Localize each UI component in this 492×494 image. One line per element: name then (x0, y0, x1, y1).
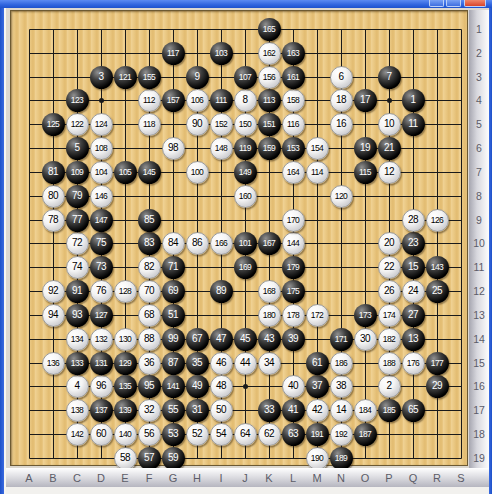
stone: 175 (282, 280, 305, 303)
stone: 5 (66, 137, 89, 160)
move-number: 120 (335, 192, 348, 201)
move-number: 19 (360, 143, 370, 153)
move-number: 64 (240, 429, 250, 439)
stone: 177 (426, 352, 449, 375)
stone: 8 (234, 89, 257, 112)
move-number: 100 (191, 168, 204, 177)
column-label: S (451, 469, 471, 487)
stone: 182 (378, 328, 401, 351)
stone: 93 (66, 304, 89, 327)
move-number: 145 (143, 168, 156, 177)
stone: 46 (210, 352, 233, 375)
window-inner-highlight (4, 8, 6, 494)
move-number: 153 (287, 144, 300, 153)
move-number: 35 (192, 358, 202, 368)
stone: 147 (90, 209, 113, 232)
move-number: 109 (71, 168, 84, 177)
move-number: 146 (95, 192, 108, 201)
move-number: 82 (144, 262, 154, 272)
move-number: 22 (384, 262, 394, 272)
move-number: 59 (168, 453, 178, 463)
stone: 143 (426, 256, 449, 279)
move-number: 128 (119, 287, 132, 296)
move-number: 127 (95, 311, 108, 320)
move-number: 158 (287, 96, 300, 105)
stone: 103 (210, 42, 233, 65)
move-number: 185 (383, 406, 396, 415)
move-number: 21 (384, 143, 394, 153)
stone: 52 (186, 423, 209, 446)
stone: 90 (186, 113, 209, 136)
stone: 53 (162, 423, 185, 446)
move-number: 46 (216, 358, 226, 368)
stone: 142 (66, 423, 89, 446)
move-number: 83 (144, 238, 154, 248)
move-number: 16 (336, 119, 346, 129)
move-number: 94 (48, 310, 58, 320)
column-label: B (43, 469, 63, 487)
move-number: 179 (287, 263, 300, 272)
window-bottom-margin (4, 487, 489, 494)
row-label: 8 (469, 189, 489, 203)
move-number: 177 (431, 359, 444, 368)
move-number: 169 (239, 263, 252, 272)
stone: 77 (66, 209, 89, 232)
move-number: 180 (263, 311, 276, 320)
move-number: 79 (72, 191, 82, 201)
stone: 42 (306, 399, 329, 422)
column-label: O (355, 469, 375, 487)
row-label: 16 (469, 379, 489, 393)
move-number: 166 (215, 239, 228, 248)
move-number: 154 (311, 144, 324, 153)
stone: 109 (66, 161, 89, 184)
move-number: 39 (288, 334, 298, 344)
stone: 89 (210, 280, 233, 303)
move-number: 72 (72, 238, 82, 248)
row-label: 7 (469, 165, 489, 179)
stone: 81 (42, 161, 65, 184)
move-number: 55 (168, 405, 178, 415)
move-number: 6 (338, 72, 343, 82)
stone: 156 (258, 66, 281, 89)
move-number: 4 (74, 381, 79, 391)
move-number: 140 (119, 430, 132, 439)
move-number: 10 (384, 119, 394, 129)
move-number: 119 (239, 144, 251, 153)
stone: 127 (90, 304, 113, 327)
stone: 45 (234, 328, 257, 351)
stone: 111 (210, 89, 233, 112)
stone: 6 (330, 66, 353, 89)
stone: 87 (162, 352, 185, 375)
stone: 64 (234, 423, 257, 446)
move-number: 106 (191, 96, 204, 105)
stone: 86 (186, 232, 209, 255)
app-window: 1234567891011121314151617181920212223242… (0, 0, 492, 494)
stone: 96 (90, 375, 113, 398)
column-label: A (19, 469, 39, 487)
stone: 74 (66, 256, 89, 279)
move-number: 147 (95, 216, 108, 225)
stone: 33 (258, 399, 281, 422)
stone: 105 (114, 161, 137, 184)
window-border-left (0, 8, 4, 494)
stone: 136 (42, 352, 65, 375)
stone: 119 (234, 137, 257, 160)
minimize-button[interactable] (429, 0, 444, 7)
stone: 88 (138, 328, 161, 351)
stone: 69 (162, 280, 185, 303)
stone: 39 (282, 328, 305, 351)
column-label: F (139, 469, 159, 487)
move-number: 38 (336, 381, 346, 391)
move-number: 25 (432, 286, 442, 296)
move-number: 32 (144, 405, 154, 415)
move-number: 148 (215, 144, 228, 153)
move-number: 49 (192, 381, 202, 391)
stone: 100 (186, 161, 209, 184)
move-number: 178 (287, 311, 300, 320)
stone: 26 (378, 280, 401, 303)
move-number: 107 (239, 73, 252, 82)
move-number: 163 (287, 49, 300, 58)
row-label: 18 (469, 427, 489, 441)
move-number: 37 (312, 381, 322, 391)
stone: 107 (234, 66, 257, 89)
move-number: 152 (215, 120, 228, 129)
move-number: 134 (71, 335, 84, 344)
stone: 9 (186, 66, 209, 89)
stone: 135 (114, 375, 137, 398)
stone: 164 (282, 161, 305, 184)
move-number: 76 (96, 286, 106, 296)
stone: 65 (402, 399, 425, 422)
stone: 20 (378, 232, 401, 255)
stone: 161 (282, 66, 305, 89)
stone: 78 (42, 209, 65, 232)
stone: 40 (282, 375, 305, 398)
move-number: 27 (408, 310, 418, 320)
stone: 2 (378, 375, 401, 398)
stone: 79 (66, 185, 89, 208)
column-label: M (307, 469, 327, 487)
move-number: 45 (240, 334, 250, 344)
row-label: 14 (469, 332, 489, 346)
move-number: 13 (408, 334, 418, 344)
row-label: 15 (469, 356, 489, 370)
stone: 116 (282, 113, 305, 136)
stone: 28 (402, 209, 425, 232)
stone: 41 (282, 399, 305, 422)
stone: 163 (282, 42, 305, 65)
stone: 49 (186, 375, 209, 398)
move-number: 159 (263, 144, 276, 153)
stone: 16 (330, 113, 353, 136)
stone: 4 (66, 375, 89, 398)
move-number: 125 (47, 120, 60, 129)
move-number: 18 (336, 95, 346, 105)
stone: 185 (378, 399, 401, 422)
move-number: 17 (360, 95, 370, 105)
stone: 12 (378, 161, 401, 184)
move-number: 174 (383, 311, 396, 320)
move-number: 143 (431, 263, 444, 272)
stone: 13 (402, 328, 425, 351)
move-number: 67 (192, 334, 202, 344)
stone: 134 (66, 328, 89, 351)
column-coordinate-strip: ABCDEFGHIJKLMNOPQRS (6, 468, 489, 488)
move-number: 8 (242, 95, 247, 105)
stone: 150 (234, 113, 257, 136)
stone: 25 (426, 280, 449, 303)
move-number: 101 (239, 239, 252, 248)
move-number: 68 (144, 310, 154, 320)
stone: 38 (330, 375, 353, 398)
move-number: 113 (263, 96, 275, 105)
stone: 154 (306, 137, 329, 160)
row-label: 10 (469, 236, 489, 250)
move-number: 71 (168, 262, 178, 272)
stone: 29 (426, 375, 449, 398)
stone: 34 (258, 352, 281, 375)
stone: 98 (162, 137, 185, 160)
move-number: 160 (239, 192, 252, 201)
stone: 37 (306, 375, 329, 398)
move-number: 90 (192, 119, 202, 129)
move-number: 162 (263, 49, 276, 58)
stone: 58 (114, 447, 137, 470)
move-number: 104 (95, 168, 108, 177)
move-number: 130 (119, 335, 132, 344)
move-number: 137 (95, 406, 108, 415)
stone: 131 (90, 352, 113, 375)
stone: 123 (66, 89, 89, 112)
stone: 106 (186, 89, 209, 112)
stone: 178 (282, 304, 305, 327)
move-number: 85 (144, 215, 154, 225)
move-number: 108 (95, 144, 108, 153)
move-number: 42 (312, 405, 322, 415)
move-number: 34 (264, 358, 274, 368)
stone: 190 (306, 447, 329, 470)
column-label: N (331, 469, 351, 487)
move-number: 15 (408, 262, 418, 272)
stone: 171 (330, 328, 353, 351)
move-number: 30 (360, 334, 370, 344)
move-number: 142 (71, 430, 84, 439)
stone: 7 (378, 66, 401, 89)
stone: 128 (114, 280, 137, 303)
column-label: K (259, 469, 279, 487)
move-number: 150 (239, 120, 252, 129)
stone: 179 (282, 256, 305, 279)
move-number: 139 (119, 406, 132, 415)
move-number: 56 (144, 429, 154, 439)
move-number: 172 (311, 311, 324, 320)
move-number: 129 (119, 359, 132, 368)
stone: 169 (234, 256, 257, 279)
stone: 159 (258, 137, 281, 160)
stone: 168 (258, 280, 281, 303)
stone: 174 (378, 304, 401, 327)
move-number: 189 (335, 454, 348, 463)
stone: 120 (330, 185, 353, 208)
stone: 129 (114, 352, 137, 375)
stone: 32 (138, 399, 161, 422)
move-number: 141 (167, 382, 180, 391)
title-bar (0, 0, 492, 8)
stone: 137 (90, 399, 113, 422)
stone: 48 (210, 375, 233, 398)
stone: 44 (234, 352, 257, 375)
move-number: 47 (216, 334, 226, 344)
move-number: 111 (215, 96, 226, 105)
move-number: 191 (311, 430, 324, 439)
row-coordinate-strip: 12345678910111213141516171819 (469, 10, 489, 468)
move-number: 53 (168, 429, 178, 439)
stone: 1 (402, 89, 425, 112)
row-label: 1 (469, 22, 489, 36)
move-number: 74 (72, 262, 82, 272)
stone: 122 (66, 113, 89, 136)
stone: 152 (210, 113, 233, 136)
move-number: 105 (119, 168, 132, 177)
move-number: 165 (263, 25, 276, 34)
move-number: 144 (287, 239, 300, 248)
stone: 153 (282, 137, 305, 160)
move-number: 63 (288, 429, 298, 439)
move-number: 70 (144, 286, 154, 296)
move-number: 92 (48, 286, 58, 296)
move-number: 138 (71, 406, 84, 415)
move-number: 184 (359, 406, 372, 415)
stone: 95 (138, 375, 161, 398)
move-number: 14 (336, 405, 346, 415)
stone: 151 (258, 113, 281, 136)
move-number: 190 (311, 454, 324, 463)
stone: 11 (402, 113, 425, 136)
move-number: 3 (98, 72, 103, 82)
move-number: 170 (287, 216, 300, 225)
move-number: 192 (335, 430, 348, 439)
maximize-button[interactable] (446, 0, 461, 7)
move-number: 48 (216, 381, 226, 391)
row-label: 17 (469, 403, 489, 417)
move-number: 121 (119, 73, 132, 82)
move-number: 40 (288, 381, 298, 391)
stone: 35 (186, 352, 209, 375)
stone: 140 (114, 423, 137, 446)
stone: 17 (354, 89, 377, 112)
move-number: 84 (168, 238, 178, 248)
move-number: 96 (96, 381, 106, 391)
move-number: 1 (410, 95, 415, 105)
move-number: 80 (48, 191, 58, 201)
stone: 187 (354, 423, 377, 446)
stone: 125 (42, 113, 65, 136)
move-number: 57 (144, 453, 154, 463)
move-number: 135 (119, 382, 132, 391)
move-number: 60 (96, 429, 106, 439)
move-number: 124 (95, 120, 108, 129)
stone: 170 (282, 209, 305, 232)
move-number: 36 (144, 358, 154, 368)
column-label: I (211, 469, 231, 487)
move-number: 164 (287, 168, 300, 177)
move-number: 33 (264, 405, 274, 415)
move-number: 61 (312, 358, 322, 368)
stone: 43 (258, 328, 281, 351)
move-number: 157 (167, 96, 180, 105)
move-number: 73 (96, 262, 106, 272)
move-number: 65 (408, 405, 418, 415)
stone: 14 (330, 399, 353, 422)
stone: 180 (258, 304, 281, 327)
move-number: 9 (194, 72, 199, 82)
move-number: 50 (216, 405, 226, 415)
move-number: 88 (144, 334, 154, 344)
stone: 144 (282, 232, 305, 255)
stone: 112 (138, 89, 161, 112)
move-number: 12 (384, 167, 394, 177)
stone: 75 (90, 232, 113, 255)
stone: 184 (354, 399, 377, 422)
move-number: 69 (168, 286, 178, 296)
stone: 21 (378, 137, 401, 160)
move-number: 7 (386, 72, 391, 82)
move-number: 41 (288, 405, 298, 415)
stone: 158 (282, 89, 305, 112)
row-label: 9 (469, 213, 489, 227)
stone: 148 (210, 137, 233, 160)
move-number: 87 (168, 358, 178, 368)
move-number: 168 (263, 287, 276, 296)
row-label: 3 (469, 70, 489, 84)
stone: 22 (378, 256, 401, 279)
stone: 84 (162, 232, 185, 255)
stone: 27 (402, 304, 425, 327)
move-number: 186 (335, 359, 348, 368)
stone: 104 (90, 161, 113, 184)
move-number: 93 (72, 310, 82, 320)
stone: 189 (330, 447, 353, 470)
move-number: 136 (47, 359, 60, 368)
move-number: 51 (168, 310, 178, 320)
row-label: 12 (469, 284, 489, 298)
stone: 71 (162, 256, 185, 279)
column-label: J (235, 469, 255, 487)
column-label: G (163, 469, 183, 487)
stone: 60 (90, 423, 113, 446)
stone: 108 (90, 137, 113, 160)
move-number: 167 (263, 239, 276, 248)
stone: 121 (114, 66, 137, 89)
move-number: 161 (287, 73, 300, 82)
stone: 176 (402, 352, 425, 375)
move-number: 103 (215, 49, 228, 58)
close-button[interactable] (464, 0, 486, 7)
stone: 80 (42, 185, 65, 208)
move-number: 114 (311, 168, 323, 177)
column-label: D (91, 469, 111, 487)
stone: 31 (186, 399, 209, 422)
move-number: 132 (95, 335, 108, 344)
row-label: 19 (469, 451, 489, 465)
stone: 118 (138, 113, 161, 136)
stone: 149 (234, 161, 257, 184)
stone: 132 (90, 328, 113, 351)
